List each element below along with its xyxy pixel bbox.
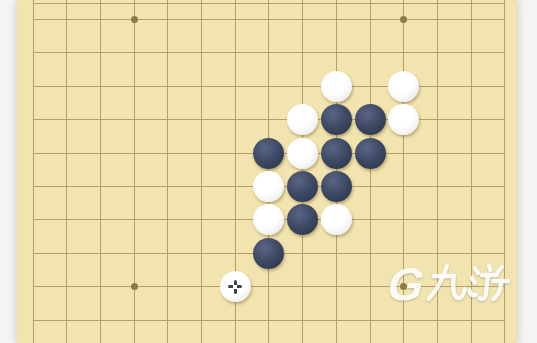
- star-point: [400, 16, 407, 23]
- black-stone: [253, 238, 284, 269]
- white-stone: [287, 138, 318, 169]
- black-stone: [321, 138, 352, 169]
- star-point: [131, 283, 138, 290]
- page-margin-left: [0, 0, 17, 343]
- white-stone: [321, 204, 352, 235]
- gomoku-screenshot: G: [0, 0, 537, 343]
- grid-hline: [33, 320, 506, 321]
- grid-hline: [33, 86, 506, 87]
- grid-hline: [33, 19, 506, 20]
- black-stone: [321, 104, 352, 135]
- white-stone: [388, 104, 419, 135]
- black-stone: [253, 138, 284, 169]
- white-stone: [287, 104, 318, 135]
- black-stone: [321, 171, 352, 202]
- jiuyou-logo-icon: G: [386, 261, 427, 307]
- white-stone: [253, 171, 284, 202]
- black-stone: [287, 204, 318, 235]
- jiuyou-text: [426, 263, 512, 305]
- grid-hline: [33, 52, 506, 53]
- jiuyou-watermark: G: [388, 256, 528, 312]
- black-stone: [287, 171, 318, 202]
- white-stone: [388, 71, 419, 102]
- white-stone: [321, 71, 352, 102]
- black-stone: [355, 104, 386, 135]
- star-point: [131, 16, 138, 23]
- black-stone: [355, 138, 386, 169]
- cursor-stone[interactable]: [220, 271, 251, 302]
- white-stone: [253, 204, 284, 235]
- grid-hline: [33, 119, 506, 120]
